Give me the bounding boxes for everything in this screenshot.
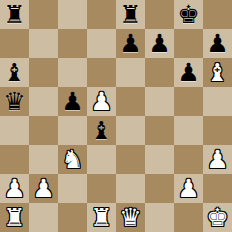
square-a4[interactable] — [0, 116, 29, 145]
square-d6[interactable] — [87, 58, 116, 87]
square-b4[interactable] — [29, 116, 58, 145]
square-e5[interactable] — [116, 87, 145, 116]
piece-white-pawn[interactable]: ♟ — [177, 174, 199, 203]
square-e1[interactable]: ♛ — [116, 203, 145, 232]
square-f5[interactable] — [145, 87, 174, 116]
square-b5[interactable] — [29, 87, 58, 116]
piece-black-pawn[interactable]: ♟ — [206, 29, 228, 58]
piece-black-pawn[interactable]: ♟ — [148, 29, 170, 58]
square-d7[interactable] — [87, 29, 116, 58]
square-g5[interactable] — [174, 87, 203, 116]
square-a7[interactable] — [0, 29, 29, 58]
square-c4[interactable] — [58, 116, 87, 145]
piece-white-bishop[interactable]: ♝ — [206, 58, 228, 87]
square-c7[interactable] — [58, 29, 87, 58]
piece-black-pawn[interactable]: ♟ — [61, 87, 83, 116]
square-h3[interactable]: ♟ — [203, 145, 232, 174]
square-g8[interactable]: ♚ — [174, 0, 203, 29]
square-f8[interactable] — [145, 0, 174, 29]
square-a8[interactable]: ♜ — [0, 0, 29, 29]
square-c8[interactable] — [58, 0, 87, 29]
piece-white-knight[interactable]: ♞ — [61, 145, 83, 174]
square-c6[interactable] — [58, 58, 87, 87]
square-d5[interactable]: ♟ — [87, 87, 116, 116]
square-f2[interactable] — [145, 174, 174, 203]
piece-white-king[interactable]: ♚ — [206, 203, 228, 232]
piece-black-pawn[interactable]: ♟ — [177, 58, 199, 87]
square-f1[interactable] — [145, 203, 174, 232]
square-h8[interactable] — [203, 0, 232, 29]
square-b3[interactable] — [29, 145, 58, 174]
square-b8[interactable] — [29, 0, 58, 29]
square-g7[interactable] — [174, 29, 203, 58]
square-g1[interactable] — [174, 203, 203, 232]
piece-black-pawn[interactable]: ♟ — [119, 29, 141, 58]
square-f4[interactable] — [145, 116, 174, 145]
piece-white-pawn[interactable]: ♟ — [90, 87, 112, 116]
piece-white-pawn[interactable]: ♟ — [206, 145, 228, 174]
square-h7[interactable]: ♟ — [203, 29, 232, 58]
piece-black-rook[interactable]: ♜ — [3, 0, 25, 29]
square-c1[interactable] — [58, 203, 87, 232]
square-g2[interactable]: ♟ — [174, 174, 203, 203]
square-c3[interactable]: ♞ — [58, 145, 87, 174]
piece-white-rook[interactable]: ♜ — [3, 203, 25, 232]
piece-black-king[interactable]: ♚ — [177, 0, 199, 29]
piece-black-bishop[interactable]: ♝ — [90, 116, 112, 145]
square-c5[interactable]: ♟ — [58, 87, 87, 116]
square-a6[interactable]: ♝ — [0, 58, 29, 87]
square-h5[interactable] — [203, 87, 232, 116]
square-b6[interactable] — [29, 58, 58, 87]
chess-board: ♜♜♚♟♟♟♝♟♝♛♟♟♝♞♟♟♟♟♜♜♛♚ — [0, 0, 232, 232]
piece-black-rook[interactable]: ♜ — [119, 0, 141, 29]
square-a2[interactable]: ♟ — [0, 174, 29, 203]
piece-white-queen[interactable]: ♛ — [119, 203, 141, 232]
square-e7[interactable]: ♟ — [116, 29, 145, 58]
square-f7[interactable]: ♟ — [145, 29, 174, 58]
square-g6[interactable]: ♟ — [174, 58, 203, 87]
square-f3[interactable] — [145, 145, 174, 174]
square-f6[interactable] — [145, 58, 174, 87]
square-a1[interactable]: ♜ — [0, 203, 29, 232]
square-h4[interactable] — [203, 116, 232, 145]
piece-white-pawn[interactable]: ♟ — [32, 174, 54, 203]
square-d4[interactable]: ♝ — [87, 116, 116, 145]
square-a5[interactable]: ♛ — [0, 87, 29, 116]
square-h1[interactable]: ♚ — [203, 203, 232, 232]
square-g3[interactable] — [174, 145, 203, 174]
square-d8[interactable] — [87, 0, 116, 29]
square-d3[interactable] — [87, 145, 116, 174]
square-b2[interactable]: ♟ — [29, 174, 58, 203]
square-d1[interactable]: ♜ — [87, 203, 116, 232]
square-h6[interactable]: ♝ — [203, 58, 232, 87]
square-e3[interactable] — [116, 145, 145, 174]
square-b7[interactable] — [29, 29, 58, 58]
square-b1[interactable] — [29, 203, 58, 232]
square-a3[interactable] — [0, 145, 29, 174]
piece-black-bishop[interactable]: ♝ — [3, 58, 25, 87]
square-g4[interactable] — [174, 116, 203, 145]
square-e2[interactable] — [116, 174, 145, 203]
piece-white-rook[interactable]: ♜ — [90, 203, 112, 232]
square-e6[interactable] — [116, 58, 145, 87]
piece-white-pawn[interactable]: ♟ — [3, 174, 25, 203]
square-d2[interactable] — [87, 174, 116, 203]
piece-black-queen[interactable]: ♛ — [3, 87, 25, 116]
square-h2[interactable] — [203, 174, 232, 203]
square-e4[interactable] — [116, 116, 145, 145]
square-e8[interactable]: ♜ — [116, 0, 145, 29]
square-c2[interactable] — [58, 174, 87, 203]
